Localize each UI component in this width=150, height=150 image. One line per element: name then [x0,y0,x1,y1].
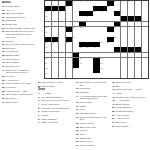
grid-cell[interactable]: 26 [73,27,79,32]
grid-cell[interactable] [142,11,148,16]
grid-cell[interactable]: 34 [66,42,72,47]
grid-cell [45,6,51,11]
grid-cell[interactable]: 9 [142,1,148,6]
grid-cell[interactable] [52,22,58,27]
clue-text: Buzz bizarre for the cannot offer [80,81,109,87]
clue-item: 15.Fairy blends [76,101,109,104]
cell-number: 21 [87,22,89,24]
clue-number: 52. [2,79,5,82]
clue-text: Cheesy fondue [80,122,95,125]
grid-cell[interactable]: 4 [86,1,92,6]
grid-cell[interactable] [86,68,92,73]
grid-cell[interactable] [135,37,141,42]
clue-text: Image of longing [41,121,57,124]
clue-item: 20.Wearing work boots [2,16,36,19]
cell-number: 23 [128,22,130,24]
clue-text: Extinct wild ox that goes around a broke… [6,69,36,75]
grid-cell[interactable] [114,68,120,73]
clue-text: Coastal raptor [6,5,20,8]
clue-item: 31.Queen for the Golden Throne [2,43,36,46]
grid-cell[interactable] [86,58,92,63]
grid-cell[interactable] [52,1,58,6]
clue-item: 49.Empty threats [112,103,148,106]
grid-cell[interactable] [114,42,120,47]
grid-cell[interactable]: 2 [73,1,79,6]
grid-cell[interactable]: 33 [52,42,58,47]
crossword-grid: 1234567891011121314151617181920212223242… [44,0,149,79]
grid-cell[interactable]: 12 [45,11,51,16]
grid-cell[interactable] [59,27,65,32]
cell-number: 35 [100,42,102,44]
grid-cell[interactable] [121,6,127,11]
clue-item: 22.Glass flask [2,19,36,22]
grid-cell [66,37,72,42]
grid-cell[interactable] [107,47,113,52]
grid-cell[interactable] [86,27,92,32]
grid-cell[interactable]: 10 [66,6,72,11]
grid-cell[interactable] [93,22,99,27]
grid-cell[interactable] [66,47,72,52]
grid-cell[interactable]: 14 [59,11,65,16]
grid-cell[interactable]: 16 [100,11,106,16]
grid-cell [93,63,99,68]
grid-cell[interactable] [79,6,85,11]
clue-item: 46.Repairs "RPM" shoes, the sole [112,96,148,99]
grid-cell[interactable] [66,73,72,78]
grid-cell[interactable]: 52 [100,63,106,68]
grid-cell[interactable]: 6 [121,1,127,6]
clue-item: 17.Cuban [76,105,109,108]
grid-cell[interactable]: 3 [79,1,85,6]
clue-number: 31. [2,43,5,46]
grid-cell[interactable]: 43 [114,53,120,58]
grid-cell[interactable] [107,73,113,78]
grid-cell[interactable] [59,16,65,21]
grid-cell[interactable] [114,58,120,63]
clue-number: 34. [76,137,79,140]
grid-cell[interactable] [66,58,72,63]
grid-cell[interactable]: 35 [100,42,106,47]
grid-cell[interactable]: 30 [73,37,79,42]
grid-cell[interactable] [66,68,72,73]
grid-cell[interactable] [79,68,85,73]
grid-cell[interactable] [73,73,79,78]
grid-cell[interactable] [114,32,120,37]
grid-cell[interactable] [52,32,58,37]
grid-cell[interactable] [73,42,79,47]
grid-cell[interactable] [142,73,148,78]
grid-cell[interactable]: 39 [86,47,92,52]
grid-cell[interactable] [52,63,58,68]
cell-number: 44 [121,53,123,55]
grid-cell[interactable] [66,11,72,16]
grid-cell[interactable]: 36 [107,42,113,47]
grid-cell[interactable] [142,68,148,73]
clue-item: 4.R.E.M. liked group [38,103,72,106]
grid-cell[interactable]: 48 [79,58,85,63]
clue-item: 18.Opera at La Scala [2,12,36,15]
grid-cell[interactable] [114,16,120,21]
grid-cell[interactable] [142,37,148,42]
clue-number: 50. [2,75,5,78]
grid-cell[interactable] [52,73,58,78]
grid-cell[interactable]: 15 [93,11,99,16]
grid-cell[interactable] [52,58,58,63]
grid-cell[interactable] [86,73,92,78]
clue-number: 43. [2,61,5,64]
grid-cell[interactable]: 31 [114,37,120,42]
clue-item: 21.Paul Simon gold [76,112,109,115]
grid-cell[interactable]: 18 [45,16,51,21]
clue-text: Iron source [6,86,17,89]
grid-cell[interactable] [107,68,113,73]
grid-cell[interactable] [142,16,148,21]
grid-cell[interactable]: 11 [107,6,113,11]
grid-cell[interactable] [142,6,148,11]
grid-cell[interactable] [86,6,92,11]
grid-cell [52,37,58,42]
grid-cell[interactable]: 32 [45,42,51,47]
grid-cell[interactable] [100,22,106,27]
clue-number: 64. [2,101,5,104]
grid-cell[interactable] [93,1,99,6]
grid-cell[interactable] [66,63,72,68]
grid-cell[interactable] [107,58,113,63]
grid-cell [121,16,127,21]
grid-cell[interactable] [100,73,106,78]
clue-text: Hair line [80,129,88,132]
grid-cell [107,27,113,32]
grid-cell[interactable] [73,16,79,21]
clue-item: 42.Modern art motto -- "Hippo" [112,88,148,91]
grid-cell[interactable]: 19 [86,16,92,21]
grid-cell[interactable] [128,32,134,37]
grid-cell[interactable] [93,37,99,42]
grid-cell[interactable]: 49 [100,58,106,63]
grid-cell[interactable] [100,27,106,32]
cell-number: 48 [80,58,82,60]
grid-cell[interactable] [121,42,127,47]
grid-cell[interactable] [107,16,113,21]
clue-text: Cone [80,108,85,111]
clue-item: 50.Ill temper [2,75,36,78]
grid-cell[interactable] [86,37,92,42]
cell-number: 14 [59,11,61,13]
grid-cell[interactable] [128,73,134,78]
grid-cell[interactable] [59,42,65,47]
clue-item: 23.Double take [2,23,36,26]
grid-cell [52,6,58,11]
cell-number: 47 [45,58,47,60]
clue-item: 53.Mouth transport [112,106,148,109]
grid-cell [114,47,120,52]
grid-cell[interactable] [59,53,65,58]
clue-item: 34.Bright stars [76,137,109,140]
grid-cell[interactable] [93,73,99,78]
clue-item: 13.Coastal raptor [2,5,36,8]
grid-cell[interactable] [128,58,134,63]
grid-cell[interactable] [100,16,106,21]
grid-cell[interactable] [121,73,127,78]
grid-cell[interactable]: 20 [45,22,51,27]
grid-cell[interactable] [135,32,141,37]
grid-cell[interactable] [142,47,148,52]
clue-text: MD's request [116,125,129,128]
grid-cell[interactable] [142,32,148,37]
grid-cell[interactable]: 56 [45,73,51,78]
grid-cell[interactable]: 25 [45,27,51,32]
grid-cell[interactable]: 51 [79,63,85,68]
grid-cell[interactable] [142,53,148,58]
grid-cell[interactable]: 7 [128,1,134,6]
clue-text: Queen for the Golden Throne [6,43,35,46]
grid-cell[interactable] [135,27,141,32]
grid-cell[interactable] [79,37,85,42]
grid-cell[interactable]: 54 [73,68,79,73]
grid-cell[interactable] [128,68,134,73]
grid-cell[interactable] [52,16,58,21]
grid-cell[interactable] [86,32,92,37]
grid-cell [107,37,113,42]
grid-cell[interactable] [114,63,120,68]
grid-cell[interactable] [93,27,99,32]
grid-cell[interactable]: 47 [45,58,51,63]
grid-cell[interactable] [93,53,99,58]
clue-number: 66. [38,81,41,84]
cell-number: 2 [73,1,74,3]
grid-cell[interactable] [128,42,134,47]
clue-number: 11. [76,87,79,90]
grid-cell[interactable] [59,37,65,42]
clue-number: 14. [76,95,79,101]
grid-cell[interactable] [100,47,106,52]
clue-item: 1.___ Scala [38,92,72,95]
grid-cell[interactable] [142,22,148,27]
clue-item: 59.Avenue liners [112,117,148,120]
grid-cell[interactable] [107,22,113,27]
grid-cell[interactable] [128,37,134,42]
grid-cell [93,6,99,11]
grid-cell[interactable] [66,16,72,21]
grid-cell[interactable]: 1 [45,1,51,6]
grid-cell[interactable] [121,58,127,63]
grid-cell[interactable] [59,47,65,52]
grid-cell[interactable] [114,6,120,11]
grid-cell[interactable] [135,42,141,47]
grid-cell[interactable] [107,11,113,16]
grid-cell[interactable] [73,11,79,16]
clue-text: Adage [116,92,122,95]
grid-cell[interactable]: 22 [121,22,127,27]
grid-cell[interactable]: 38 [79,47,85,52]
grid-cell[interactable]: 28 [114,27,120,32]
clue-number: 23. [2,23,5,26]
grid-cell[interactable] [93,32,99,37]
clue-text: Profits with smaller [116,110,134,113]
grid-cell[interactable] [121,63,127,68]
grid-cell[interactable]: 50 [45,63,51,68]
grid-cell[interactable] [121,32,127,37]
clue-item: 63.MD's request [112,125,148,128]
clue-number: 61. [112,121,115,124]
grid-cell[interactable] [66,53,72,58]
clue-item: 55.Profits with smaller [112,110,148,113]
clue-item: 47.Extinct wild ox that goes around a br… [2,69,36,75]
grid-cell[interactable] [107,32,113,37]
clue-number: 62. [2,97,5,100]
grid-cell[interactable] [73,47,79,52]
grid-cell[interactable] [100,1,106,6]
grid-cell[interactable] [121,27,127,32]
clue-number: 36. [2,50,5,53]
clue-item: 40.Nine [112,85,148,88]
grid-cell[interactable] [59,58,65,63]
grid-cell[interactable]: 23 [128,22,134,27]
cell-number: 6 [121,1,122,3]
across-tail-clues: 66.Taped with 17 Across68.Upward slope [38,81,72,87]
grid-cell[interactable] [128,27,134,32]
cell-number: 41 [45,53,47,55]
clue-text: Mouth transport [116,106,131,109]
grid-cell[interactable] [142,42,148,47]
clue-text: Eyelid woe [6,97,17,100]
grid-cell[interactable] [66,22,72,27]
grid-cell[interactable] [66,32,72,37]
clue-item: 5.University of Montana's home [38,107,72,110]
grid-cell[interactable] [73,22,79,27]
grid-cell[interactable] [114,73,120,78]
clue-text: Battle wide drifts [80,126,96,129]
grid-cell[interactable]: 8 [135,1,141,6]
grid-cell[interactable]: 53 [45,68,51,73]
clue-number: 21. [76,112,79,115]
grid-cell[interactable] [135,63,141,68]
clue-number: 29. [2,40,5,43]
clue-number: 17. [76,105,79,108]
grid-cell[interactable]: 27 [79,27,85,32]
grid-cell[interactable]: 46 [135,53,141,58]
grid-cell[interactable] [100,53,106,58]
grid-cell [135,47,141,52]
clue-item: 2.The biggest mistaken [38,96,72,99]
across-clue-column: Across 13.Coastal raptor16.Aria, e.g.18.… [2,1,36,148]
grid-cell[interactable] [142,63,148,68]
clue-number: 38. [2,54,5,57]
grid-cell[interactable] [59,68,65,73]
grid-cell[interactable] [59,73,65,78]
grid-cell[interactable] [135,11,141,16]
grid-cell[interactable]: 5 [114,1,120,6]
cell-number: 25 [45,27,47,29]
cell-number: 56 [45,73,47,75]
clue-number: 58. [2,90,5,93]
grid-cell[interactable] [93,16,99,21]
grid-cell[interactable] [100,37,106,42]
cell-number: 53 [45,68,47,70]
grid-cell[interactable] [107,53,113,58]
grid-cell[interactable] [59,1,65,6]
clue-item: 16.Aria, e.g. [2,9,36,12]
cell-number: 3 [80,1,81,3]
clue-text: Bright stars [80,137,91,140]
grid-cell[interactable] [135,68,141,73]
grid-cell[interactable]: 24 [135,22,141,27]
grid-cell[interactable] [135,73,141,78]
grid-cell [73,53,79,58]
grid-cell[interactable] [59,63,65,68]
grid-cell[interactable] [107,63,113,68]
grid-cell[interactable]: 55 [100,68,106,73]
grid-cell[interactable]: 17 [121,11,127,16]
grid-cell[interactable] [79,73,85,78]
clue-item: 11.Train space [76,87,109,90]
grid-cell[interactable] [73,6,79,11]
clue-number: 24. [76,116,79,122]
clue-text: Angry murmur of the rails [6,82,31,85]
grid-cell[interactable]: 21 [86,22,92,27]
grid-cell[interactable] [59,22,65,27]
grid-cell[interactable]: 44 [121,53,127,58]
grid-cell[interactable] [52,53,58,58]
clue-number: 54. [2,82,5,85]
clue-text: Avenue liners [116,117,129,120]
grid-cell[interactable] [121,68,127,73]
clue-column-3: 10.Buzz bizarre for the cannot offer11.T… [76,81,109,149]
grid-cell[interactable] [59,32,65,37]
grid-cell[interactable] [52,47,58,52]
clue-item: 66.Taped with 17 Across [38,81,72,84]
cell-number: 50 [45,63,47,65]
clue-text: Train space [80,87,91,90]
grid-cell[interactable] [86,63,92,68]
grid-cell[interactable] [52,27,58,32]
grid-cell [86,11,92,16]
grid-cell[interactable]: 45 [128,53,134,58]
grid-cell[interactable] [79,32,85,37]
grid-cell[interactable]: 37 [45,47,51,52]
grid-cell[interactable] [100,32,106,37]
grid-cell[interactable]: 13 [52,11,58,16]
grid-cell[interactable] [128,6,134,11]
grid-cell[interactable] [121,37,127,42]
grid-cell[interactable] [128,11,134,16]
clue-text: ___ Scala [41,92,51,95]
clue-item: 48.___ moonlight [112,99,148,102]
grid-cell[interactable]: 40 [93,47,99,52]
cell-number: 32 [45,42,47,44]
grid-cell[interactable] [128,63,134,68]
cell-number: 22 [121,22,123,24]
grid-cell[interactable] [52,68,58,73]
grid-cell[interactable]: 29 [45,32,51,37]
grid-cell[interactable] [86,53,92,58]
grid-cell[interactable] [135,58,141,63]
grid-cell[interactable]: 41 [45,53,51,58]
clue-number: 25. [2,27,5,30]
grid-cell[interactable] [135,6,141,11]
clue-item: 60.Tiny, in part, a desert haven [2,93,36,96]
cell-number: 24 [135,22,137,24]
grid-cell[interactable] [73,32,79,37]
clue-number: 47. [2,69,5,75]
grid-cell[interactable]: 42 [79,53,85,58]
grid-cell[interactable] [142,27,148,32]
grid-cell[interactable] [79,16,85,21]
clue-number: 59. [112,117,115,120]
cell-number: 4 [87,1,88,3]
grid-cell[interactable] [142,58,148,63]
clue-number: 37. [76,144,79,147]
